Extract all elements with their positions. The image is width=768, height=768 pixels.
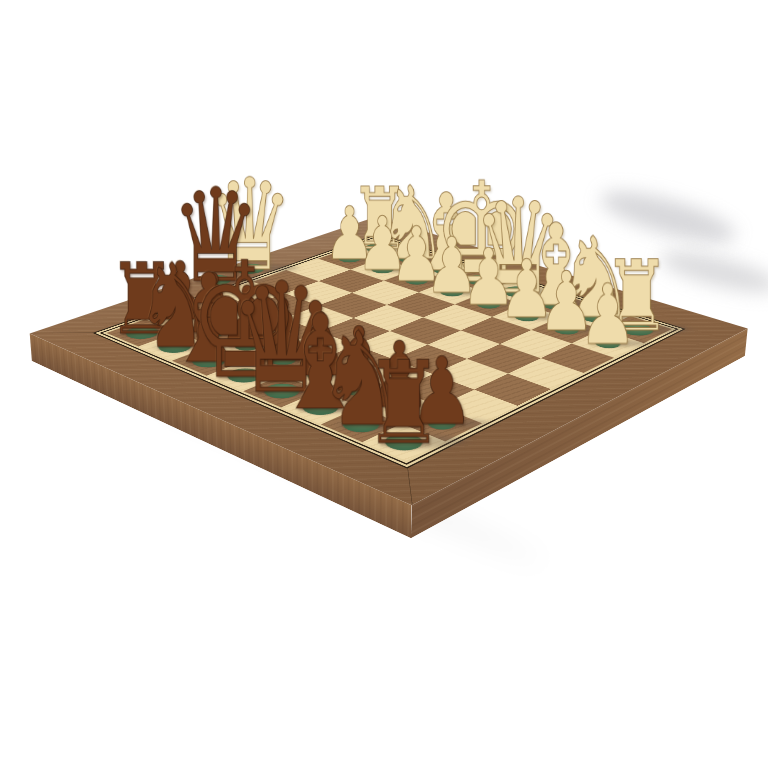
scene: ♜♞♝♚♛♝♞♜♟♟♟♟♟♟♟♟♟♟♟♟♟♟♟♟♜♞♝♚♛♝♞♜ ♛♛ [0,0,768,768]
chess-board: ♜♞♝♚♛♝♞♜♟♟♟♟♟♟♟♟♟♟♟♟♟♟♟♟♜♞♝♚♛♝♞♜ ♛♛ [30,217,748,505]
board-frame: ♜♞♝♚♛♝♞♜♟♟♟♟♟♟♟♟♟♟♟♟♟♟♟♟♜♞♝♚♛♝♞♜ ♛♛ [30,217,748,505]
chess-set-product-photo: ♜♞♝♚♛♝♞♜♟♟♟♟♟♟♟♟♟♟♟♟♟♟♟♟♜♞♝♚♛♝♞♜ ♛♛ [0,0,768,768]
